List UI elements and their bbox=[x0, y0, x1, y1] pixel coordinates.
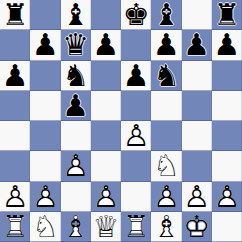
square-h2[interactable]: ♟♙ bbox=[212, 182, 242, 212]
white-pawn[interactable]: ♟♙ bbox=[61, 151, 91, 181]
square-b6[interactable] bbox=[30, 61, 60, 91]
white-pawn[interactable]: ♟♙ bbox=[30, 182, 60, 212]
black-bishop-glyph-fill: ♝ bbox=[61, 0, 91, 30]
black-pawn[interactable]: ♟ bbox=[121, 61, 151, 91]
black-rook-glyph-fill: ♜ bbox=[212, 0, 242, 30]
black-pawn-glyph-fill: ♟ bbox=[30, 30, 60, 60]
square-a7[interactable] bbox=[0, 30, 30, 60]
square-c4[interactable] bbox=[61, 121, 91, 151]
white-pawn-glyph-outline: ♙ bbox=[212, 182, 242, 212]
white-pawn[interactable]: ♟♙ bbox=[91, 182, 121, 212]
black-pawn[interactable]: ♟ bbox=[0, 61, 30, 91]
white-queen-glyph-outline: ♕ bbox=[91, 212, 121, 242]
black-bishop-glyph-fill: ♝ bbox=[151, 0, 181, 30]
black-pawn-glyph-fill: ♟ bbox=[151, 30, 181, 60]
square-b5[interactable] bbox=[30, 91, 60, 121]
black-pawn[interactable]: ♟ bbox=[151, 30, 181, 60]
black-bishop[interactable]: ♝ bbox=[151, 0, 181, 30]
square-d4[interactable] bbox=[91, 121, 121, 151]
square-f3[interactable]: ♞♘ bbox=[151, 151, 181, 181]
square-f2[interactable]: ♟♙ bbox=[151, 182, 181, 212]
square-c1[interactable]: ♝♗ bbox=[61, 212, 91, 242]
white-knight[interactable]: ♞♘ bbox=[30, 212, 60, 242]
black-rook[interactable]: ♜ bbox=[0, 0, 30, 30]
white-bishop-glyph-outline: ♗ bbox=[151, 212, 181, 242]
black-rook[interactable]: ♜ bbox=[212, 0, 242, 30]
white-rook[interactable]: ♜♖ bbox=[121, 212, 151, 242]
square-e8[interactable]: ♚ bbox=[121, 0, 151, 30]
square-d5[interactable] bbox=[91, 91, 121, 121]
black-rook-glyph-fill: ♜ bbox=[0, 0, 30, 30]
square-h5[interactable] bbox=[212, 91, 242, 121]
square-c7[interactable]: ♛ bbox=[61, 30, 91, 60]
black-king[interactable]: ♚ bbox=[121, 0, 151, 30]
white-knight-glyph-outline: ♘ bbox=[30, 212, 60, 242]
square-c5[interactable]: ♟ bbox=[61, 91, 91, 121]
black-knight-glyph-fill: ♞ bbox=[61, 61, 91, 91]
white-pawn-glyph-outline: ♙ bbox=[121, 121, 151, 151]
black-bishop[interactable]: ♝ bbox=[61, 0, 91, 30]
black-pawn[interactable]: ♟ bbox=[61, 91, 91, 121]
square-g2[interactable]: ♟♙ bbox=[182, 182, 212, 212]
square-d7[interactable]: ♟ bbox=[91, 30, 121, 60]
square-h6[interactable] bbox=[212, 61, 242, 91]
square-b1[interactable]: ♞♘ bbox=[30, 212, 60, 242]
square-d8[interactable] bbox=[91, 0, 121, 30]
square-a6[interactable]: ♟ bbox=[0, 61, 30, 91]
square-b2[interactable]: ♟♙ bbox=[30, 182, 60, 212]
square-a4[interactable] bbox=[0, 121, 30, 151]
black-king-glyph-fill: ♚ bbox=[121, 0, 151, 30]
white-pawn[interactable]: ♟♙ bbox=[151, 182, 181, 212]
square-f5[interactable] bbox=[151, 91, 181, 121]
white-king-glyph-outline: ♔ bbox=[182, 212, 212, 242]
white-pawn[interactable]: ♟♙ bbox=[121, 121, 151, 151]
square-a5[interactable] bbox=[0, 91, 30, 121]
square-h3[interactable] bbox=[212, 151, 242, 181]
square-h7[interactable]: ♟ bbox=[212, 30, 242, 60]
black-pawn[interactable]: ♟ bbox=[212, 30, 242, 60]
black-pawn-glyph-fill: ♟ bbox=[91, 30, 121, 60]
square-f8[interactable]: ♝ bbox=[151, 0, 181, 30]
square-b7[interactable]: ♟ bbox=[30, 30, 60, 60]
square-f4[interactable] bbox=[151, 121, 181, 151]
white-rook[interactable]: ♜♖ bbox=[0, 212, 30, 242]
square-g5[interactable] bbox=[182, 91, 212, 121]
white-knight[interactable]: ♞♘ bbox=[151, 151, 181, 181]
chess-board: ♜♝♚♝♜♟♛♟♟♟♟♟♞♟♞♟♟♙♟♙♞♘♟♙♟♙♟♙♟♙♟♙♟♙♜♖♞♘♝♗… bbox=[0, 0, 242, 242]
white-bishop[interactable]: ♝♗ bbox=[151, 212, 181, 242]
square-c2[interactable] bbox=[61, 182, 91, 212]
square-g8[interactable] bbox=[182, 0, 212, 30]
square-c8[interactable]: ♝ bbox=[61, 0, 91, 30]
square-g1[interactable]: ♚♔ bbox=[182, 212, 212, 242]
white-pawn-glyph-outline: ♙ bbox=[91, 182, 121, 212]
square-h1[interactable] bbox=[212, 212, 242, 242]
square-e4[interactable]: ♟♙ bbox=[121, 121, 151, 151]
white-pawn-glyph-outline: ♙ bbox=[182, 182, 212, 212]
square-e1[interactable]: ♜♖ bbox=[121, 212, 151, 242]
square-a3[interactable] bbox=[0, 151, 30, 181]
white-knight-glyph-outline: ♘ bbox=[151, 151, 181, 181]
white-queen[interactable]: ♛♕ bbox=[91, 212, 121, 242]
square-h4[interactable] bbox=[212, 121, 242, 151]
square-b3[interactable] bbox=[30, 151, 60, 181]
square-h8[interactable]: ♜ bbox=[212, 0, 242, 30]
square-d2[interactable]: ♟♙ bbox=[91, 182, 121, 212]
white-pawn[interactable]: ♟♙ bbox=[182, 182, 212, 212]
white-bishop-glyph-outline: ♗ bbox=[61, 212, 91, 242]
square-e2[interactable] bbox=[121, 182, 151, 212]
white-pawn[interactable]: ♟♙ bbox=[0, 182, 30, 212]
square-f7[interactable]: ♟ bbox=[151, 30, 181, 60]
black-queen[interactable]: ♛ bbox=[61, 30, 91, 60]
square-f6[interactable]: ♞ bbox=[151, 61, 181, 91]
black-pawn-glyph-fill: ♟ bbox=[212, 30, 242, 60]
white-pawn-glyph-outline: ♙ bbox=[30, 182, 60, 212]
square-g7[interactable]: ♟ bbox=[182, 30, 212, 60]
square-a8[interactable]: ♜ bbox=[0, 0, 30, 30]
square-b8[interactable] bbox=[30, 0, 60, 30]
square-f1[interactable]: ♝♗ bbox=[151, 212, 181, 242]
black-pawn-glyph-fill: ♟ bbox=[182, 30, 212, 60]
square-d3[interactable] bbox=[91, 151, 121, 181]
black-pawn-glyph-fill: ♟ bbox=[121, 61, 151, 91]
square-e6[interactable]: ♟ bbox=[121, 61, 151, 91]
square-e5[interactable] bbox=[121, 91, 151, 121]
square-a1[interactable]: ♜♖ bbox=[0, 212, 30, 242]
black-knight[interactable]: ♞ bbox=[151, 61, 181, 91]
square-c3[interactable]: ♟♙ bbox=[61, 151, 91, 181]
square-g3[interactable] bbox=[182, 151, 212, 181]
white-pawn-glyph-outline: ♙ bbox=[0, 182, 30, 212]
white-pawn-glyph-outline: ♙ bbox=[61, 151, 91, 181]
white-pawn-glyph-outline: ♙ bbox=[151, 182, 181, 212]
square-g4[interactable] bbox=[182, 121, 212, 151]
white-rook-glyph-outline: ♖ bbox=[121, 212, 151, 242]
black-pawn-glyph-fill: ♟ bbox=[61, 91, 91, 121]
white-bishop[interactable]: ♝♗ bbox=[61, 212, 91, 242]
square-e7[interactable] bbox=[121, 30, 151, 60]
square-e3[interactable] bbox=[121, 151, 151, 181]
white-rook-glyph-outline: ♖ bbox=[0, 212, 30, 242]
black-pawn[interactable]: ♟ bbox=[182, 30, 212, 60]
black-pawn-glyph-fill: ♟ bbox=[0, 61, 30, 91]
black-pawn[interactable]: ♟ bbox=[30, 30, 60, 60]
square-b4[interactable] bbox=[30, 121, 60, 151]
black-pawn[interactable]: ♟ bbox=[91, 30, 121, 60]
black-knight-glyph-fill: ♞ bbox=[151, 61, 181, 91]
square-g6[interactable] bbox=[182, 61, 212, 91]
white-pawn[interactable]: ♟♙ bbox=[212, 182, 242, 212]
square-c6[interactable]: ♞ bbox=[61, 61, 91, 91]
black-queen-glyph-fill: ♛ bbox=[61, 30, 91, 60]
square-d6[interactable] bbox=[91, 61, 121, 91]
square-d1[interactable]: ♛♕ bbox=[91, 212, 121, 242]
white-king[interactable]: ♚♔ bbox=[182, 212, 212, 242]
square-a2[interactable]: ♟♙ bbox=[0, 182, 30, 212]
black-knight[interactable]: ♞ bbox=[61, 61, 91, 91]
